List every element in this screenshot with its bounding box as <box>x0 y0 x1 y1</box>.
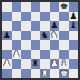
square-d1[interactable] <box>31 69 41 79</box>
square-h4[interactable] <box>69 40 79 50</box>
square-c7[interactable] <box>21 12 31 22</box>
square-e2[interactable] <box>40 59 50 69</box>
square-g1[interactable]: ♚ <box>59 69 69 79</box>
square-f8[interactable] <box>50 2 60 12</box>
square-f2[interactable]: ♟ <box>50 59 60 69</box>
square-b7[interactable] <box>12 12 22 22</box>
black-rook[interactable]: ♜ <box>31 59 39 68</box>
square-c8[interactable] <box>21 2 31 12</box>
black-pawn[interactable]: ♟ <box>50 21 58 30</box>
square-h1[interactable] <box>69 69 79 79</box>
white-knight[interactable]: ♞ <box>50 31 58 40</box>
square-c4[interactable] <box>21 40 31 50</box>
square-c1[interactable] <box>21 69 31 79</box>
square-a6[interactable] <box>2 21 12 31</box>
square-a3[interactable] <box>2 50 12 60</box>
square-e8[interactable] <box>40 2 50 12</box>
square-e7[interactable] <box>40 12 50 22</box>
square-a1[interactable] <box>2 69 12 79</box>
square-a2[interactable]: ♟ <box>2 59 12 69</box>
square-f3[interactable] <box>50 50 60 60</box>
square-d4[interactable] <box>31 40 41 50</box>
square-f7[interactable] <box>50 12 60 22</box>
square-e5[interactable]: ♞ <box>40 31 50 41</box>
square-h3[interactable] <box>69 50 79 60</box>
white-pawn[interactable]: ♟ <box>50 59 58 68</box>
square-a5[interactable]: ♟ <box>2 31 12 41</box>
square-e1[interactable]: ♜ <box>40 69 50 79</box>
square-e4[interactable] <box>40 40 50 50</box>
square-f1[interactable] <box>50 69 60 79</box>
square-g6[interactable] <box>59 21 69 31</box>
square-d7[interactable] <box>31 12 41 22</box>
square-h2[interactable] <box>69 59 79 69</box>
square-b6[interactable] <box>12 21 22 31</box>
square-a8[interactable] <box>2 2 12 12</box>
black-bishop[interactable]: ♝ <box>69 21 77 30</box>
square-f4[interactable] <box>50 40 60 50</box>
square-g7[interactable] <box>59 12 69 22</box>
black-knight[interactable]: ♞ <box>41 31 49 40</box>
square-f6[interactable]: ♟ <box>50 21 60 31</box>
square-d6[interactable] <box>31 21 41 31</box>
square-b3[interactable]: ♟ <box>12 50 22 60</box>
square-c6[interactable] <box>21 21 31 31</box>
white-pawn[interactable]: ♟ <box>12 50 20 59</box>
white-rook[interactable]: ♜ <box>41 69 49 78</box>
square-b4[interactable] <box>12 40 22 50</box>
square-d5[interactable] <box>31 31 41 41</box>
square-g3[interactable] <box>59 50 69 60</box>
square-d8[interactable] <box>31 2 41 12</box>
square-d2[interactable]: ♜ <box>31 59 41 69</box>
square-e6[interactable] <box>40 21 50 31</box>
square-g8[interactable]: ♚ <box>59 2 69 12</box>
square-g2[interactable]: ♝ <box>59 59 69 69</box>
square-h7[interactable]: ♟ <box>69 12 79 22</box>
square-h6[interactable]: ♝ <box>69 21 79 31</box>
square-b1[interactable] <box>12 69 22 79</box>
square-e3[interactable] <box>40 50 50 60</box>
white-king[interactable]: ♚ <box>60 69 68 78</box>
square-c2[interactable] <box>21 59 31 69</box>
square-h8[interactable] <box>69 2 79 12</box>
square-b5[interactable] <box>12 31 22 41</box>
square-f5[interactable]: ♞ <box>50 31 60 41</box>
black-pawn[interactable]: ♟ <box>3 31 11 40</box>
white-bishop[interactable]: ♝ <box>60 59 68 68</box>
square-b2[interactable] <box>12 59 22 69</box>
square-g5[interactable] <box>59 31 69 41</box>
square-c3[interactable] <box>21 50 31 60</box>
square-g4[interactable] <box>59 40 69 50</box>
square-b8[interactable] <box>12 2 22 12</box>
square-d3[interactable] <box>31 50 41 60</box>
white-pawn[interactable]: ♟ <box>3 59 11 68</box>
square-a4[interactable] <box>2 40 12 50</box>
black-pawn[interactable]: ♟ <box>69 12 77 21</box>
chess-board: ♚♟♟♝♟♞♞♟♟♜♟♝♜♚ <box>0 0 80 80</box>
square-h5[interactable] <box>69 31 79 41</box>
black-king[interactable]: ♚ <box>60 2 68 11</box>
square-c5[interactable] <box>21 31 31 41</box>
square-a7[interactable] <box>2 12 12 22</box>
